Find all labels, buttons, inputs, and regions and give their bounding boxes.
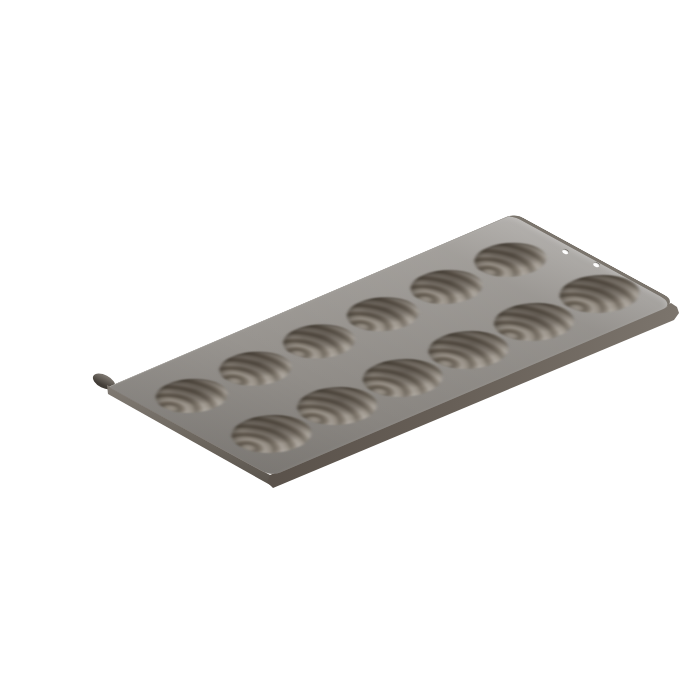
photo-caption: Angled overhead product photo of an empt… <box>40 16 41 17</box>
product-photo: Angled overhead product photo of an empt… <box>40 16 700 700</box>
